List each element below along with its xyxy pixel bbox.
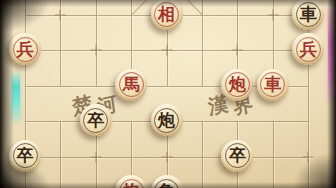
piece-red-g5[interactable]: 炮 [221,69,253,101]
piece-red-i4[interactable]: 兵 [292,33,324,65]
left-turn-indicator-bar [12,72,20,122]
piece-character: 炮 [115,175,147,188]
file-line-upper [202,0,203,86]
piece-character: 炮 [151,104,183,136]
point-marker [267,10,278,21]
piece-red-h5[interactable]: 車 [257,69,289,101]
xiangqi-game-screen: 楚河 漢界 相車兵兵馬炮車卒炮卒卒炮象 [0,0,336,188]
piece-character: 象 [151,175,183,188]
piece-character: 相 [151,0,183,30]
file-line-lower [60,121,61,188]
point-marker [303,151,314,162]
palace-diagonal [187,0,203,15]
point-marker [161,151,172,162]
piece-character: 車 [292,0,324,30]
piece-character: 車 [257,69,289,101]
piece-black-e8[interactable]: 象 [151,175,183,188]
point-marker [161,45,172,56]
file-line-lower [273,121,274,188]
piece-red-d8[interactable]: 炮 [115,175,147,188]
piece-black-g7[interactable]: 卒 [221,140,253,172]
piece-character: 炮 [221,69,253,101]
point-marker [90,151,101,162]
piece-black-c6[interactable]: 卒 [80,104,112,136]
piece-character: 兵 [292,33,324,65]
piece-red-e3[interactable]: 相 [151,0,183,30]
file-line-upper [96,0,97,86]
piece-black-i3[interactable]: 車 [292,0,324,30]
xiangqi-board[interactable]: 楚河 漢界 相車兵兵馬炮車卒炮卒卒炮象 [0,0,336,188]
piece-red-d5[interactable]: 馬 [115,69,147,101]
piece-character: 卒 [9,140,41,172]
piece-character: 兵 [9,33,41,65]
file-line-lower [202,121,203,188]
piece-character: 卒 [80,104,112,136]
piece-character: 馬 [115,69,147,101]
point-marker [90,45,101,56]
point-marker [232,45,243,56]
piece-black-a7[interactable]: 卒 [9,140,41,172]
point-marker [55,10,66,21]
palace-diagonal [131,0,147,15]
right-turn-indicator-bar [328,6,335,102]
piece-character: 卒 [221,140,253,172]
piece-red-a4[interactable]: 兵 [9,33,41,65]
piece-black-e6[interactable]: 炮 [151,104,183,136]
